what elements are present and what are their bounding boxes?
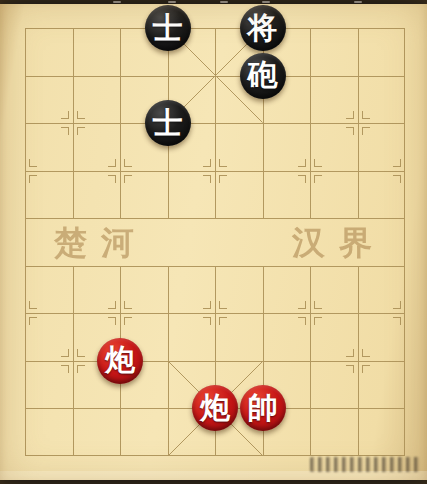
black-general[interactable]: 将: [240, 5, 286, 51]
grid-cell: [25, 171, 73, 219]
grid-cell: [263, 266, 311, 314]
grid-cell: [358, 408, 406, 456]
grid-cell: [25, 408, 73, 456]
grid-cell: [358, 28, 406, 76]
grid-cell: [25, 266, 73, 314]
grid-cell: [25, 313, 73, 361]
top-edge-strip: [0, 0, 427, 4]
grid-cell: [310, 123, 358, 171]
grid-cell: [358, 123, 406, 171]
grid-cell: [263, 123, 311, 171]
watermark-smudge: [310, 457, 422, 472]
grid-cell: [25, 361, 73, 409]
xiangqi-board: 楚河 汉界 士将砲士炮炮帥: [0, 0, 427, 484]
grid-cell: [310, 171, 358, 219]
grid-cell: [263, 313, 311, 361]
grid-cell: [73, 28, 121, 76]
grid-cell: [310, 76, 358, 124]
grid-cell: [358, 361, 406, 409]
grid-cell: [215, 266, 263, 314]
top-speck: [113, 1, 121, 3]
grid-cell: [215, 171, 263, 219]
grid-cell: [73, 76, 121, 124]
top-speck: [262, 1, 270, 3]
red-cannon[interactable]: 炮: [97, 338, 143, 384]
grid-cell: [120, 266, 168, 314]
red-cannon[interactable]: 炮: [192, 385, 238, 431]
grid-cell: [73, 171, 121, 219]
grid-cell: [358, 171, 406, 219]
grid-cell: [263, 171, 311, 219]
black-cannon[interactable]: 砲: [240, 53, 286, 99]
grid-cell: [168, 266, 216, 314]
grid-cell: [120, 171, 168, 219]
grid-cell: [120, 408, 168, 456]
grid-cell: [168, 218, 216, 266]
grid-cell: [25, 28, 73, 76]
grid-cell: [310, 408, 358, 456]
grid-cell: [310, 313, 358, 361]
grid-cell: [25, 76, 73, 124]
grid-cell: [215, 218, 263, 266]
grid-cell: [310, 361, 358, 409]
bottom-light-strip: [0, 471, 427, 480]
red-general[interactable]: 帥: [240, 385, 286, 431]
black-advisor[interactable]: 士: [145, 5, 191, 51]
grid-cell: [168, 313, 216, 361]
top-speck: [220, 1, 228, 3]
grid-cell: [215, 313, 263, 361]
grid-cell: [358, 266, 406, 314]
black-advisor[interactable]: 士: [145, 100, 191, 146]
top-speck: [168, 1, 176, 3]
grid-cell: [73, 266, 121, 314]
grid-cell: [358, 313, 406, 361]
grid-cell: [73, 408, 121, 456]
grid-cell: [25, 123, 73, 171]
grid-cell: [358, 76, 406, 124]
bottom-edge-strip: [0, 480, 427, 484]
river-label-left: 楚河: [54, 223, 148, 263]
grid-cell: [73, 123, 121, 171]
grid-cell: [168, 171, 216, 219]
grid-cell: [215, 123, 263, 171]
grid-cell: [310, 266, 358, 314]
river-label-right: 汉界: [292, 223, 386, 263]
top-speck: [354, 1, 362, 3]
grid-cell: [310, 28, 358, 76]
